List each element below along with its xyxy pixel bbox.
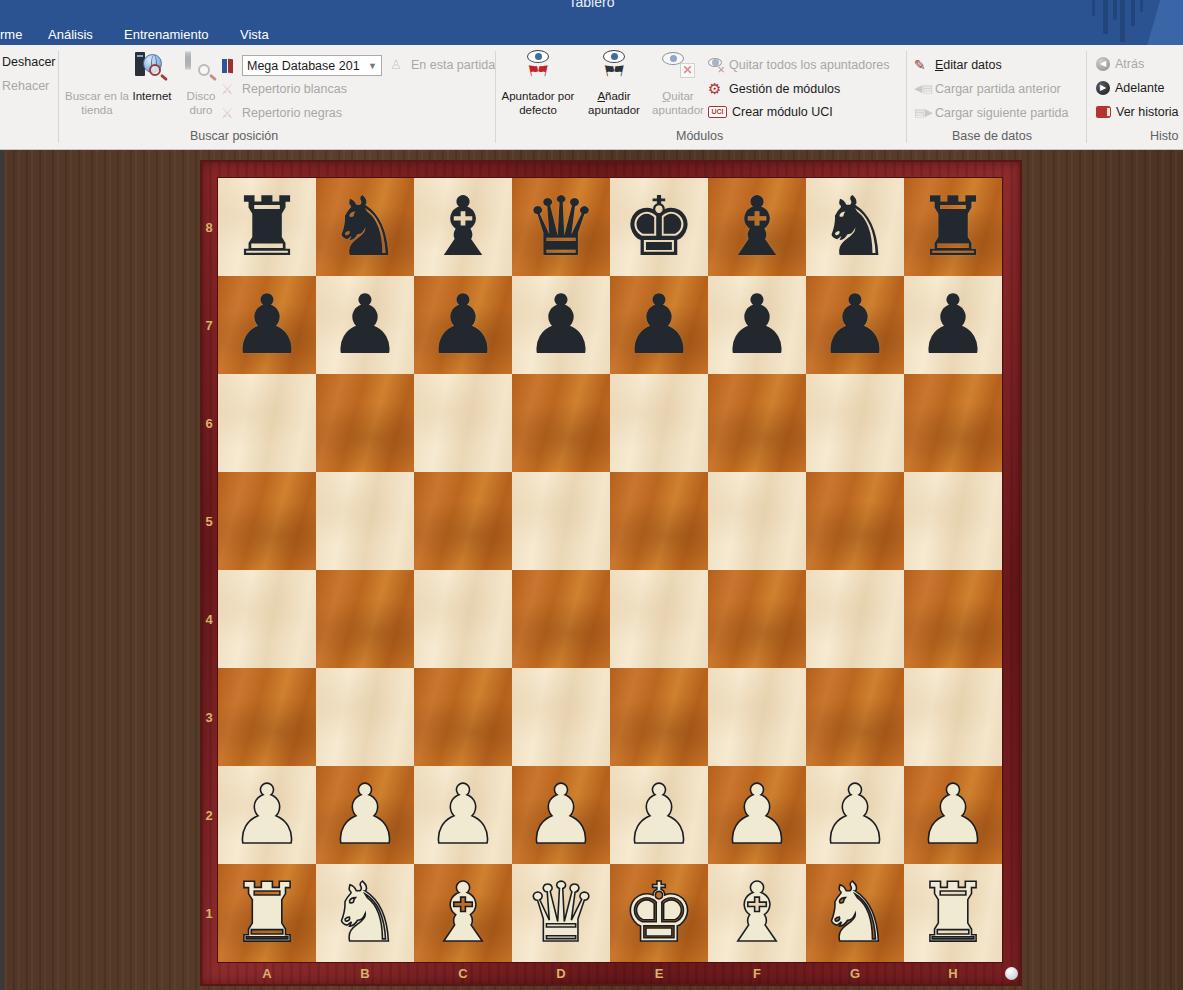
black-pawn[interactable]: ♟ xyxy=(328,278,402,372)
black-pawn[interactable]: ♟ xyxy=(916,278,990,372)
database-books-icon xyxy=(221,58,237,74)
white-bishop[interactable]: ♝ xyxy=(426,866,500,960)
square-b7[interactable]: ♟ xyxy=(316,276,414,374)
black-knight[interactable]: ♞ xyxy=(818,180,892,274)
white-pawn[interactable]: ♟ xyxy=(524,768,598,862)
black-rook[interactable]: ♜ xyxy=(230,180,304,274)
white-pawn[interactable]: ♟ xyxy=(720,768,794,862)
square-g3[interactable] xyxy=(806,668,904,766)
white-king[interactable]: ♚ xyxy=(622,866,696,960)
square-g6[interactable] xyxy=(806,374,904,472)
white-pawn[interactable]: ♟ xyxy=(818,768,892,862)
gestion-de-modulos-button[interactable]: ⚙ Gestión de módulos xyxy=(708,81,840,97)
square-c6[interactable] xyxy=(414,374,512,472)
crear-modulo-uci-button[interactable]: UCI Crear módulo UCI xyxy=(708,105,833,119)
titlebar-decoration xyxy=(1113,0,1117,20)
repertorio-negras-button[interactable]: ⚔ Repertorio negras xyxy=(221,105,342,121)
chess-board: 87654321 ♜♞♝♛♚♝♞♜♟♟♟♟♟♟♟♟♟♟♟♟♟♟♟♟♜♞♝♛♚♝♞… xyxy=(200,160,1022,986)
anadir-apuntador-button[interactable]: ⚑⚑ Añadir apuntador xyxy=(577,50,651,132)
redo-button[interactable]: Rehacer xyxy=(2,79,49,93)
adelante-button[interactable]: ▶ Adelante xyxy=(1096,81,1164,95)
tab-analisis[interactable]: Análisis xyxy=(48,27,93,42)
white-repertoire-icon: ⚔ xyxy=(221,81,237,97)
group-label-historial: Histo xyxy=(1150,129,1178,143)
group-separator xyxy=(58,51,59,143)
rank-label-8: 8 xyxy=(200,178,218,276)
square-e8[interactable]: ♚ xyxy=(610,178,708,276)
square-g5[interactable] xyxy=(806,472,904,570)
internet-globe-icon xyxy=(133,50,171,86)
titlebar-decoration xyxy=(1092,0,1095,16)
square-b3[interactable] xyxy=(316,668,414,766)
square-b4[interactable] xyxy=(316,570,414,668)
remove-all-kibitzers-icon: ✕ xyxy=(708,57,724,73)
engine-management-gear-icon: ⚙ xyxy=(708,81,724,97)
square-h4[interactable] xyxy=(904,570,1002,668)
board-corner-handle[interactable] xyxy=(1005,967,1018,980)
square-c5[interactable] xyxy=(414,472,512,570)
square-h8[interactable]: ♜ xyxy=(904,178,1002,276)
square-b5[interactable] xyxy=(316,472,414,570)
file-label-b: B xyxy=(316,962,414,984)
uci-badge-icon: UCI xyxy=(708,106,727,118)
hard-disk-search-icon xyxy=(182,50,220,86)
group-label-base-de-datos: Base de datos xyxy=(952,129,1032,143)
white-pawn[interactable]: ♟ xyxy=(622,768,696,862)
square-a5[interactable] xyxy=(218,472,316,570)
tab-vista[interactable]: Vista xyxy=(240,27,269,42)
square-c4[interactable] xyxy=(414,570,512,668)
square-f4[interactable] xyxy=(708,570,806,668)
atras-button[interactable]: ◀ Atrás xyxy=(1096,57,1144,71)
file-labels: ABCDEFGH xyxy=(218,962,1002,986)
edit-pencil-icon: ✎ xyxy=(914,57,930,73)
black-pawn[interactable]: ♟ xyxy=(524,278,598,372)
square-e1[interactable]: ♚ xyxy=(610,864,708,962)
square-f1[interactable]: ♝ xyxy=(708,864,806,962)
square-h2[interactable]: ♟ xyxy=(904,766,1002,864)
white-rook[interactable]: ♜ xyxy=(230,866,304,960)
square-d8[interactable]: ♛ xyxy=(512,178,610,276)
next-game-icon: ▤▶ xyxy=(914,105,930,121)
white-pawn[interactable]: ♟ xyxy=(230,768,304,862)
square-f6[interactable] xyxy=(708,374,806,472)
group-separator xyxy=(495,51,496,143)
black-knight[interactable]: ♞ xyxy=(328,180,402,274)
square-e5[interactable] xyxy=(610,472,708,570)
rank-label-5: 5 xyxy=(200,472,218,570)
group-label-buscar-posicion: Buscar posición xyxy=(190,129,278,143)
internet-search-button[interactable]: Internet xyxy=(126,50,178,132)
rank-labels: 87654321 xyxy=(200,178,218,962)
square-a3[interactable] xyxy=(218,668,316,766)
square-h6[interactable] xyxy=(904,374,1002,472)
square-c2[interactable]: ♟ xyxy=(414,766,512,864)
square-d2[interactable]: ♟ xyxy=(512,766,610,864)
square-d5[interactable] xyxy=(512,472,610,570)
buscar-en-la-tienda-button[interactable]: Buscar en la tienda xyxy=(60,50,134,132)
black-pawn[interactable]: ♟ xyxy=(230,278,304,372)
menu-bar: rme Análisis Entrenamiento Vista xyxy=(0,23,1183,45)
white-pawn[interactable]: ♟ xyxy=(328,768,402,862)
file-label-h: H xyxy=(904,962,1002,984)
rank-label-4: 4 xyxy=(200,570,218,668)
board-background-wood: 87654321 ♜♞♝♛♚♝♞♜♟♟♟♟♟♟♟♟♟♟♟♟♟♟♟♟♜♞♝♛♚♝♞… xyxy=(0,150,1183,990)
file-label-e: E xyxy=(610,962,708,984)
square-c3[interactable] xyxy=(414,668,512,766)
black-pawn[interactable]: ♟ xyxy=(720,278,794,372)
square-a4[interactable] xyxy=(218,570,316,668)
quitar-apuntador-button[interactable]: ✕ Quitar apuntador xyxy=(649,50,707,132)
file-label-g: G xyxy=(806,962,904,984)
white-knight[interactable]: ♞ xyxy=(818,866,892,960)
title-bar: Tablero rme Análisis Entrenamiento Vista xyxy=(0,0,1183,45)
black-bishop[interactable]: ♝ xyxy=(720,180,794,274)
square-g4[interactable] xyxy=(806,570,904,668)
cargar-siguiente-partida-button[interactable]: ▤▶ Cargar siguiente partida xyxy=(914,105,1068,121)
white-bishop[interactable]: ♝ xyxy=(720,866,794,960)
undo-button[interactable]: Deshacer xyxy=(2,55,56,69)
file-label-d: D xyxy=(512,962,610,984)
rank-label-7: 7 xyxy=(200,276,218,374)
black-bishop[interactable]: ♝ xyxy=(426,180,500,274)
square-f3[interactable] xyxy=(708,668,806,766)
square-f7[interactable]: ♟ xyxy=(708,276,806,374)
square-g8[interactable]: ♞ xyxy=(806,178,904,276)
remove-kibitzer-eye-icon: ✕ xyxy=(659,50,697,86)
black-pawn[interactable]: ♟ xyxy=(426,278,500,372)
rank-label-3: 3 xyxy=(200,668,218,766)
square-h5[interactable] xyxy=(904,472,1002,570)
previous-game-icon: ◀▤ xyxy=(914,81,930,97)
ribbon-toolbar: Deshacer Rehacer Buscar en la tienda Int… xyxy=(0,45,1183,150)
square-e6[interactable] xyxy=(610,374,708,472)
square-c8[interactable]: ♝ xyxy=(414,178,512,276)
square-c1[interactable]: ♝ xyxy=(414,864,512,962)
square-h3[interactable] xyxy=(904,668,1002,766)
white-pawn[interactable]: ♟ xyxy=(426,768,500,862)
rank-label-2: 2 xyxy=(200,766,218,864)
file-label-a: A xyxy=(218,962,316,984)
black-repertoire-icon: ⚔ xyxy=(221,105,237,121)
black-king[interactable]: ♚ xyxy=(622,180,696,274)
database-dropdown[interactable]: Mega Database 201 ▼ xyxy=(242,55,382,76)
disco-duro-search-button[interactable]: Disco duro xyxy=(178,50,224,132)
history-book-icon xyxy=(1096,106,1111,118)
rank-label-6: 6 xyxy=(200,374,218,472)
square-f2[interactable]: ♟ xyxy=(708,766,806,864)
square-d6[interactable] xyxy=(512,374,610,472)
white-queen[interactable]: ♛ xyxy=(524,866,598,960)
square-d4[interactable] xyxy=(512,570,610,668)
square-g7[interactable]: ♟ xyxy=(806,276,904,374)
square-b1[interactable]: ♞ xyxy=(316,864,414,962)
square-g1[interactable]: ♞ xyxy=(806,864,904,962)
white-pawn[interactable]: ♟ xyxy=(916,768,990,862)
black-pawn[interactable]: ♟ xyxy=(818,278,892,372)
square-e7[interactable]: ♟ xyxy=(610,276,708,374)
repertorio-blancas-button[interactable]: ⚔ Repertorio blancas xyxy=(221,81,347,97)
square-d1[interactable]: ♛ xyxy=(512,864,610,962)
cargar-partida-anterior-button[interactable]: ◀▤ Cargar partida anterior xyxy=(914,81,1061,97)
en-esta-partida-button[interactable]: ♙ En esta partida xyxy=(390,57,495,73)
square-h7[interactable]: ♟ xyxy=(904,276,1002,374)
square-f8[interactable]: ♝ xyxy=(708,178,806,276)
file-label-c: C xyxy=(414,962,512,984)
tab-informe[interactable]: rme xyxy=(0,27,22,42)
file-label-f: F xyxy=(708,962,806,984)
black-queen[interactable]: ♛ xyxy=(524,180,598,274)
default-kibitzer-eye-icon: ⚑⚑ xyxy=(519,50,557,86)
board-grid: ♜♞♝♛♚♝♞♜♟♟♟♟♟♟♟♟♟♟♟♟♟♟♟♟♜♞♝♛♚♝♞♜ xyxy=(218,178,1002,962)
editar-datos-button[interactable]: ✎ Editar datos xyxy=(914,57,1002,73)
square-e3[interactable] xyxy=(610,668,708,766)
group-separator xyxy=(1086,51,1087,143)
titlebar-decoration xyxy=(1140,0,1143,12)
forward-circle-icon: ▶ xyxy=(1096,81,1110,95)
square-h1[interactable]: ♜ xyxy=(904,864,1002,962)
reference-database-row: Mega Database 201 ▼ xyxy=(221,55,382,76)
white-knight[interactable]: ♞ xyxy=(328,866,402,960)
square-a8[interactable]: ♜ xyxy=(218,178,316,276)
ver-historia-button[interactable]: Ver historia xyxy=(1096,105,1179,119)
tab-entrenamiento[interactable]: Entrenamiento xyxy=(124,27,209,42)
square-b6[interactable] xyxy=(316,374,414,472)
in-this-game-icon: ♙ xyxy=(390,57,406,73)
group-separator xyxy=(906,51,907,143)
square-e4[interactable] xyxy=(610,570,708,668)
square-a7[interactable]: ♟ xyxy=(218,276,316,374)
apuntador-por-defecto-button[interactable]: ⚑⚑ Apuntador por defecto xyxy=(499,50,577,132)
white-rook[interactable]: ♜ xyxy=(916,866,990,960)
square-c7[interactable]: ♟ xyxy=(414,276,512,374)
square-d3[interactable] xyxy=(512,668,610,766)
square-d7[interactable]: ♟ xyxy=(512,276,610,374)
square-b8[interactable]: ♞ xyxy=(316,178,414,276)
add-kibitzer-eye-icon: ⚑⚑ xyxy=(595,50,633,86)
chevron-down-icon: ▼ xyxy=(368,61,377,71)
square-g2[interactable]: ♟ xyxy=(806,766,904,864)
window-title: Tablero xyxy=(569,0,615,10)
application-window: Tablero rme Análisis Entrenamiento Vista… xyxy=(0,0,1183,990)
black-rook[interactable]: ♜ xyxy=(916,180,990,274)
back-circle-icon: ◀ xyxy=(1096,57,1110,71)
square-e2[interactable]: ♟ xyxy=(610,766,708,864)
square-a6[interactable] xyxy=(218,374,316,472)
group-label-modulos: Módulos xyxy=(676,129,723,143)
black-pawn[interactable]: ♟ xyxy=(622,278,696,372)
square-f5[interactable] xyxy=(708,472,806,570)
square-a2[interactable]: ♟ xyxy=(218,766,316,864)
quitar-todos-apuntadores-button[interactable]: ✕ Quitar todos los apuntadores xyxy=(708,57,890,73)
rank-label-1: 1 xyxy=(200,864,218,962)
square-b2[interactable]: ♟ xyxy=(316,766,414,864)
square-a1[interactable]: ♜ xyxy=(218,864,316,962)
